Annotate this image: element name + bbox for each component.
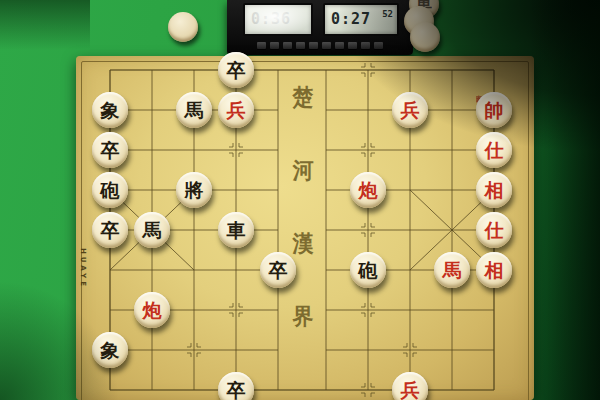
table-scene: 0:36 0:27 52 楚河漢界 HUAYE 中国象棋 卒象馬卒砲將卒馬車卒砲… <box>0 0 600 400</box>
clock-display-left: 0:36 <box>243 3 313 36</box>
piece-glyph: 象 <box>92 92 128 128</box>
clock-button[interactable] <box>322 42 331 49</box>
clock-button[interactable] <box>270 42 279 49</box>
piece-glyph: 將 <box>176 172 212 208</box>
piece-glyph: 炮 <box>350 172 386 208</box>
clock-button[interactable] <box>257 42 266 49</box>
river-char: 河 <box>280 155 326 185</box>
shadow-top-left <box>0 0 90 50</box>
piece-glyph: 砲 <box>350 252 386 288</box>
piece-glyph: 卒 <box>218 372 254 400</box>
piece-red-soldier[interactable]: 兵 <box>392 92 428 128</box>
piece-glyph: 相 <box>476 172 512 208</box>
piece-red-elephant[interactable]: 相 <box>476 172 512 208</box>
piece-red-advisor[interactable]: 仕 <box>476 212 512 248</box>
piece-red-cannon[interactable]: 炮 <box>134 292 170 328</box>
piece-black-general[interactable]: 將 <box>176 172 212 208</box>
piece-glyph: 仕 <box>476 212 512 248</box>
piece-glyph: 帥 <box>476 92 512 128</box>
river-char: 界 <box>280 301 326 331</box>
piece-glyph: 馬 <box>434 252 470 288</box>
piece-black-soldier[interactable]: 卒 <box>260 252 296 288</box>
piece-glyph: 仕 <box>476 132 512 168</box>
clock-button[interactable] <box>296 42 305 49</box>
piece-black-elephant[interactable]: 象 <box>92 332 128 368</box>
clock-right-time: 0:27 <box>331 10 371 28</box>
clock-button[interactable] <box>309 42 318 49</box>
board-brand-left: HUAYE <box>79 248 87 289</box>
piece-glyph: 馬 <box>134 212 170 248</box>
piece-red-horse[interactable]: 馬 <box>434 252 470 288</box>
piece-glyph: 卒 <box>218 52 254 88</box>
clock-button[interactable] <box>374 42 383 49</box>
piece-glyph: 兵 <box>392 372 428 400</box>
clock-display-right: 0:27 52 <box>323 3 399 36</box>
clock-button[interactable] <box>348 42 357 49</box>
piece-glyph: 卒 <box>92 212 128 248</box>
piece-red-soldier[interactable]: 兵 <box>218 92 254 128</box>
shadow-right <box>530 0 600 400</box>
piece-black-soldier[interactable]: 卒 <box>92 212 128 248</box>
piece-glyph: 兵 <box>392 92 428 128</box>
captured-piece-disc[interactable] <box>168 12 198 42</box>
piece-black-horse[interactable]: 馬 <box>134 212 170 248</box>
piece-black-soldier[interactable]: 卒 <box>218 52 254 88</box>
piece-glyph: 卒 <box>260 252 296 288</box>
clock-left-time: 0:36 <box>251 10 291 28</box>
piece-red-soldier[interactable]: 兵 <box>392 372 428 400</box>
piece-glyph: 炮 <box>134 292 170 328</box>
piece-glyph: 砲 <box>92 172 128 208</box>
piece-red-general[interactable]: 帥 <box>476 92 512 128</box>
clock-button-row[interactable] <box>231 39 409 51</box>
piece-glyph: 馬 <box>176 92 212 128</box>
piece-glyph: 車 <box>218 212 254 248</box>
piece-black-horse[interactable]: 馬 <box>176 92 212 128</box>
captured-piece-disc[interactable] <box>410 22 440 52</box>
piece-black-elephant[interactable]: 象 <box>92 92 128 128</box>
piece-black-soldier[interactable]: 卒 <box>92 132 128 168</box>
piece-red-cannon[interactable]: 炮 <box>350 172 386 208</box>
game-clock: 0:36 0:27 52 <box>227 0 413 55</box>
piece-black-soldier[interactable]: 卒 <box>218 372 254 400</box>
river-char: 楚 <box>280 82 326 112</box>
piece-red-elephant[interactable]: 相 <box>476 252 512 288</box>
clock-button[interactable] <box>283 42 292 49</box>
piece-glyph: 卒 <box>92 132 128 168</box>
piece-glyph: 相 <box>476 252 512 288</box>
clock-button[interactable] <box>361 42 370 49</box>
piece-black-cannon[interactable]: 砲 <box>92 172 128 208</box>
clock-right-seconds: 52 <box>382 9 393 19</box>
piece-glyph: 象 <box>92 332 128 368</box>
piece-black-chariot[interactable]: 車 <box>218 212 254 248</box>
piece-black-cannon[interactable]: 砲 <box>350 252 386 288</box>
piece-red-advisor[interactable]: 仕 <box>476 132 512 168</box>
piece-glyph: 兵 <box>218 92 254 128</box>
clock-button[interactable] <box>335 42 344 49</box>
